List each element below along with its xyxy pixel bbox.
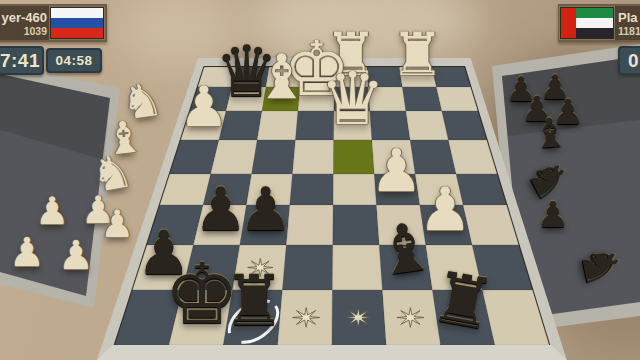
- player-rating-left: 1039: [24, 25, 47, 37]
- square-f4[interactable]: [252, 140, 296, 174]
- square-grain-e6: [286, 205, 333, 245]
- player-name-left: yer-460: [1, 10, 47, 25]
- square-grain-f3: [257, 111, 298, 140]
- clock-right-main: 0: [618, 46, 640, 75]
- move-hint-d8[interactable]: [345, 308, 372, 328]
- piece-black-bishop-c7[interactable]: ♝: [371, 212, 440, 287]
- move-hint-c8[interactable]: [397, 308, 424, 328]
- piece-black-rook-b8[interactable]: ♜: [426, 261, 500, 341]
- captured-white-pawn-3[interactable]: ♟: [35, 192, 69, 230]
- clock-left-main: 7:41: [0, 46, 44, 75]
- captured-white-pawn-6[interactable]: ♟: [9, 232, 45, 272]
- square-d4[interactable]: [333, 140, 374, 174]
- piece-black-pawn-g6[interactable]: ♟: [194, 179, 248, 239]
- piece-white-queen-d3[interactable]: ♛: [320, 62, 385, 135]
- captured-white-pawn-7[interactable]: ♟: [58, 235, 94, 275]
- square-e7[interactable]: [282, 245, 332, 290]
- clock-left-secondary: 04:58: [46, 48, 102, 73]
- square-b2[interactable]: [402, 87, 442, 111]
- uae-flag-icon: [560, 7, 614, 39]
- player-rating-right: 1181: [618, 25, 640, 37]
- russia-flag-icon: [50, 7, 104, 39]
- captured-black-pawn-6[interactable]: ♟: [537, 197, 569, 233]
- piece-white-pawn-h3[interactable]: ♟: [179, 79, 229, 135]
- captured-white-pawn-5[interactable]: ♟: [100, 205, 134, 243]
- piece-white-pawn-c5[interactable]: ♟: [370, 141, 423, 200]
- piece-white-rook-b1[interactable]: ♜: [391, 24, 445, 84]
- piece-black-king-g8[interactable]: ♚: [164, 252, 239, 336]
- player-name-right: Pla: [618, 10, 638, 25]
- move-hint-e8[interactable]: [293, 308, 320, 328]
- square-grain-e4: [293, 140, 334, 174]
- player-panel-right: Pla 1181: [558, 4, 640, 42]
- square-e5[interactable]: [290, 174, 334, 205]
- captured-black-bishop-4[interactable]: ♝: [530, 112, 569, 155]
- player-panel-left: yer-460 1039: [0, 4, 107, 42]
- board-front-rim: [97, 345, 567, 360]
